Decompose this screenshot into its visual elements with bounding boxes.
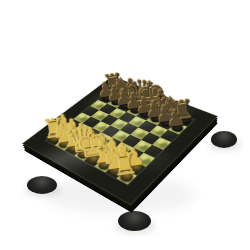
white-rook-glyph: ♜	[110, 148, 140, 181]
product-photo-stage: ♜♞♝♛♚♝♞♜♟♟♟♟♟♟♟♟♟♟♟♟♟♟♟♟♜♞♝♛♚♝♞♜	[0, 0, 250, 250]
chess-board: ♜♞♝♛♚♝♞♜♟♟♟♟♟♟♟♟♟♟♟♟♟♟♟♟♜♞♝♛♚♝♞♜	[22, 76, 218, 206]
board-tilt-wrapper: ♜♞♝♛♚♝♞♜♟♟♟♟♟♟♟♟♟♟♟♟♟♟♟♟♜♞♝♛♚♝♞♜	[0, 0, 250, 250]
